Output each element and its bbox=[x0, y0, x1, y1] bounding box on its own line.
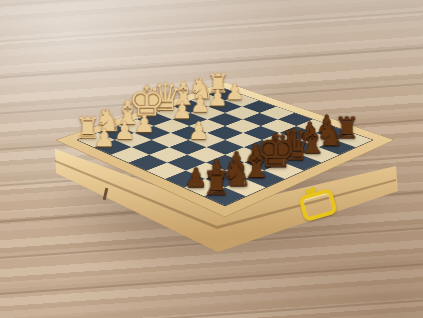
piece-white-pawn-e4: ♟ bbox=[188, 119, 210, 143]
square-f2: ♟ bbox=[134, 126, 170, 140]
piece-white-pawn-f2: ♟ bbox=[134, 112, 155, 136]
piece-white-pawn-g2: ♟ bbox=[114, 119, 136, 143]
chess-set-photo: ♜♟♟♜♞♟♟♞♝♟♟♝♛♟♟♛♚♟♟♚♝♟♟♝♞♟♟♞♜♟♟♜ bbox=[0, 0, 423, 318]
piece-black-rook-h8: ♜ bbox=[202, 167, 231, 200]
piece-white-pawn-c2: ♟ bbox=[190, 93, 210, 116]
piece-white-pawn-h2: ♟ bbox=[93, 126, 115, 151]
